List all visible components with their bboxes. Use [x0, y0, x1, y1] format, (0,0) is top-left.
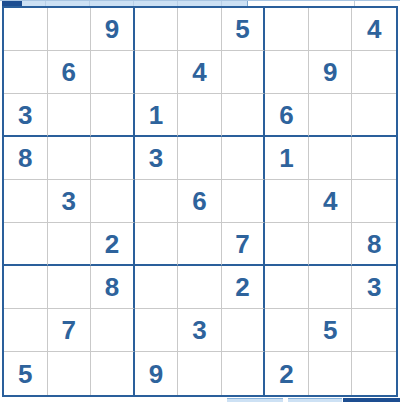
sudoku-cell-r4c5[interactable]	[178, 137, 222, 180]
sudoku-cell-r7c1[interactable]	[4, 266, 48, 309]
sudoku-cell-r3c6[interactable]	[222, 94, 266, 137]
sudoku-cell-r7c6[interactable]: 2	[222, 266, 266, 309]
sudoku-cell-r1c1[interactable]	[4, 8, 48, 51]
bottom-highlight-cell-fragment	[227, 398, 283, 402]
sudoku-cell-r6c6[interactable]: 7	[222, 223, 266, 266]
sudoku-cell-r8c3[interactable]	[91, 309, 135, 352]
sudoku-cell-r3c3[interactable]	[91, 94, 135, 137]
sudoku-cell-r9c4[interactable]: 9	[135, 352, 179, 395]
sudoku-cell-r1c7[interactable]	[265, 8, 309, 51]
sudoku-cell-r8c7[interactable]	[265, 309, 309, 352]
sudoku-cell-r9c1[interactable]: 5	[4, 352, 48, 395]
sudoku-cell-r6c8[interactable]	[309, 223, 353, 266]
sudoku-cell-r1c6[interactable]: 5	[222, 8, 266, 51]
sudoku-cell-r4c6[interactable]	[222, 137, 266, 180]
sudoku-cell-r7c7[interactable]	[265, 266, 309, 309]
sudoku-cell-r9c8[interactable]	[309, 352, 353, 395]
sudoku-cell-r1c5[interactable]	[178, 8, 222, 51]
sudoku-cell-r5c3[interactable]	[91, 180, 135, 223]
bottom-highlight-cell-fragment	[288, 398, 342, 402]
sudoku-cell-r2c8[interactable]: 9	[309, 51, 353, 94]
sudoku-cell-r2c5[interactable]: 4	[178, 51, 222, 94]
sudoku-cell-r9c3[interactable]	[91, 352, 135, 395]
sudoku-cell-r8c5[interactable]: 3	[178, 309, 222, 352]
sudoku-cell-r1c4[interactable]	[135, 8, 179, 51]
sudoku-cell-r4c1[interactable]: 8	[4, 137, 48, 180]
sudoku-cell-r2c1[interactable]	[4, 51, 48, 94]
sudoku-cell-r5c4[interactable]	[135, 180, 179, 223]
sudoku-cell-r2c2[interactable]: 6	[48, 51, 92, 94]
sudoku-cell-r5c5[interactable]: 6	[178, 180, 222, 223]
bottom-cutoff-row	[0, 398, 400, 402]
sudoku-cell-r7c4[interactable]	[135, 266, 179, 309]
sudoku-cell-r5c7[interactable]	[265, 180, 309, 223]
sudoku-cell-r7c9[interactable]: 3	[352, 266, 396, 309]
sudoku-cell-r4c9[interactable]	[352, 137, 396, 180]
sudoku-cell-r6c7[interactable]	[265, 223, 309, 266]
sudoku-cell-r1c9[interactable]: 4	[352, 8, 396, 51]
sudoku-cell-r7c2[interactable]	[48, 266, 92, 309]
sudoku-cell-r9c6[interactable]	[222, 352, 266, 395]
sudoku-cell-r2c6[interactable]	[222, 51, 266, 94]
sudoku-cell-r5c1[interactable]	[4, 180, 48, 223]
sudoku-cell-r6c4[interactable]	[135, 223, 179, 266]
sudoku-cell-r3c4[interactable]: 1	[135, 94, 179, 137]
sudoku-cell-r8c2[interactable]: 7	[48, 309, 92, 352]
sudoku-cell-r3c5[interactable]	[178, 94, 222, 137]
sudoku-cell-r2c9[interactable]	[352, 51, 396, 94]
sudoku-cell-r6c2[interactable]	[48, 223, 92, 266]
sudoku-cell-r6c1[interactable]	[4, 223, 48, 266]
sudoku-cell-r4c3[interactable]	[91, 137, 135, 180]
sudoku-cell-r7c8[interactable]	[309, 266, 353, 309]
sudoku-cell-r8c6[interactable]	[222, 309, 266, 352]
sudoku-cell-r3c8[interactable]	[309, 94, 353, 137]
sudoku-cell-r9c5[interactable]	[178, 352, 222, 395]
sudoku-cell-r9c7[interactable]: 2	[265, 352, 309, 395]
sudoku-cell-r4c8[interactable]	[309, 137, 353, 180]
sudoku-cell-r7c5[interactable]	[178, 266, 222, 309]
sudoku-cell-r6c9[interactable]: 8	[352, 223, 396, 266]
sudoku-cell-r8c4[interactable]	[135, 309, 179, 352]
sudoku-cell-r5c6[interactable]	[222, 180, 266, 223]
sudoku-cell-r4c4[interactable]: 3	[135, 137, 179, 180]
sudoku-cell-r9c2[interactable]	[48, 352, 92, 395]
sudoku-cell-r4c7[interactable]: 1	[265, 137, 309, 180]
sudoku-board: 954649316831364278823735592	[2, 6, 398, 397]
sudoku-cell-r4c2[interactable]	[48, 137, 92, 180]
sudoku-cell-r8c8[interactable]: 5	[309, 309, 353, 352]
bottom-navy-cell-fragment	[343, 398, 400, 402]
sudoku-cell-r3c2[interactable]	[48, 94, 92, 137]
sudoku-cell-r1c3[interactable]: 9	[91, 8, 135, 51]
sudoku-cell-r9c9[interactable]	[352, 352, 396, 395]
sudoku-cell-r5c2[interactable]: 3	[48, 180, 92, 223]
sudoku-cell-r5c9[interactable]	[352, 180, 396, 223]
sudoku-cell-r1c2[interactable]	[48, 8, 92, 51]
sudoku-cell-r8c9[interactable]	[352, 309, 396, 352]
sudoku-cell-r2c7[interactable]	[265, 51, 309, 94]
sudoku-cell-r5c8[interactable]: 4	[309, 180, 353, 223]
sudoku-cell-r6c3[interactable]: 2	[91, 223, 135, 266]
sudoku-cell-r3c9[interactable]	[352, 94, 396, 137]
sudoku-cell-r3c1[interactable]: 3	[4, 94, 48, 137]
sudoku-cell-r6c5[interactable]	[178, 223, 222, 266]
sudoku-cell-r1c8[interactable]	[309, 8, 353, 51]
sudoku-cell-r3c7[interactable]: 6	[265, 94, 309, 137]
sudoku-cell-r2c3[interactable]	[91, 51, 135, 94]
sudoku-cell-r2c4[interactable]	[135, 51, 179, 94]
sudoku-cell-r8c1[interactable]	[4, 309, 48, 352]
sudoku-cell-r7c3[interactable]: 8	[91, 266, 135, 309]
